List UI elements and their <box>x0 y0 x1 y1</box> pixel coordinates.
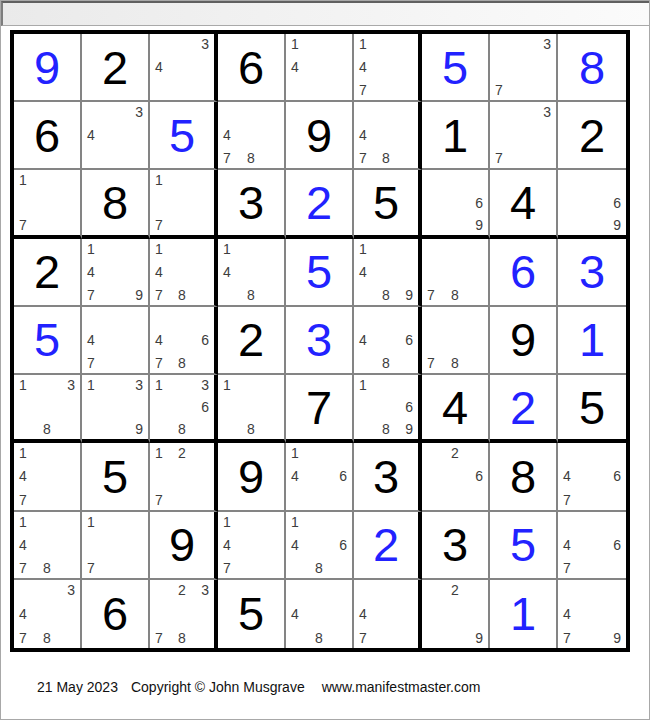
candidate-digit: 4 <box>291 60 299 74</box>
cell-r9c3[interactable]: 2378 <box>150 580 218 648</box>
cell-r5c8[interactable]: 9 <box>490 307 558 375</box>
candidate-digit: 1 <box>291 446 299 460</box>
candidate-digit: 9 <box>475 218 483 232</box>
candidate-digit: 8 <box>382 288 390 302</box>
given-digit: 2 <box>34 248 60 295</box>
candidate-digit: 7 <box>155 493 163 507</box>
cell-r9c5[interactable]: 48 <box>286 580 354 648</box>
candidate-digit: 1 <box>155 242 163 256</box>
cell-r1c3[interactable]: 34 <box>150 34 218 102</box>
candidate-digit: 4 <box>87 128 95 142</box>
cell-r5c2[interactable]: 47 <box>82 307 150 375</box>
cell-r5c5[interactable]: 3 <box>286 307 354 375</box>
candidate-digit: 6 <box>475 469 483 483</box>
cell-r7c5[interactable]: 146 <box>286 443 354 511</box>
candidate-digit: 1 <box>19 378 27 392</box>
candidate-digit: 8 <box>178 288 186 302</box>
cell-r8c9[interactable]: 467 <box>558 512 626 580</box>
entered-digit: 5 <box>34 316 60 363</box>
given-digit: 6 <box>102 590 128 637</box>
entered-digit: 6 <box>510 248 536 295</box>
candidate-digit: 6 <box>339 538 347 552</box>
candidate-digit: 7 <box>495 151 503 165</box>
given-digit: 8 <box>102 179 128 226</box>
entered-digit: 5 <box>169 112 195 159</box>
candidate-digit: 4 <box>291 469 299 483</box>
cell-r2c5[interactable]: 9 <box>286 102 354 170</box>
given-digit: 5 <box>373 179 399 226</box>
cell-r1c7[interactable]: 5 <box>422 34 490 102</box>
candidate-digit: 8 <box>315 561 323 575</box>
entered-digit: 8 <box>579 44 605 91</box>
candidate-digit: 3 <box>67 583 75 597</box>
cell-r2c1[interactable]: 6 <box>14 102 82 170</box>
candidate-digit: 1 <box>359 37 367 51</box>
given-digit: 6 <box>34 112 60 159</box>
cell-r3c8[interactable]: 4 <box>490 170 558 238</box>
cell-r6c7[interactable]: 4 <box>422 375 490 443</box>
cell-r3c4[interactable]: 3 <box>218 170 286 238</box>
candidate-digit: 8 <box>247 422 255 436</box>
candidate-digit: 3 <box>543 105 551 119</box>
candidate-digit: 1 <box>87 242 95 256</box>
cell-r7c8[interactable]: 8 <box>490 443 558 511</box>
candidate-digit: 9 <box>613 631 621 645</box>
cell-r8c2[interactable]: 17 <box>82 512 150 580</box>
cell-r1c1[interactable]: 9 <box>14 34 82 102</box>
entered-digit: 3 <box>579 248 605 295</box>
candidate-digit: 1 <box>155 446 163 460</box>
candidate-digit: 1 <box>19 515 27 529</box>
cell-r8c7[interactable]: 3 <box>422 512 490 580</box>
candidate-digit: 7 <box>19 631 27 645</box>
cell-r1c5[interactable]: 14 <box>286 34 354 102</box>
cell-r4c8[interactable]: 6 <box>490 239 558 307</box>
cell-r2c6[interactable]: 478 <box>354 102 422 170</box>
candidate-digit: 4 <box>563 538 571 552</box>
candidate-digit: 2 <box>451 446 459 460</box>
candidate-digit: 7 <box>563 561 571 575</box>
candidate-digit: 3 <box>135 105 143 119</box>
candidate-digit: 8 <box>315 631 323 645</box>
cell-r5c9[interactable]: 1 <box>558 307 626 375</box>
candidate-digit: 6 <box>475 196 483 210</box>
candidate-digit: 8 <box>247 288 255 302</box>
entered-digit: 3 <box>306 316 332 363</box>
candidate-digit: 9 <box>135 288 143 302</box>
given-digit: 3 <box>373 453 399 500</box>
cell-r6c8[interactable]: 2 <box>490 375 558 443</box>
candidate-digit: 7 <box>155 218 163 232</box>
cell-r4c1[interactable]: 2 <box>14 239 82 307</box>
given-digit: 2 <box>579 112 605 159</box>
entered-digit: 2 <box>510 384 536 431</box>
given-digit: 5 <box>102 453 128 500</box>
cell-r4c2[interactable]: 1479 <box>82 239 150 307</box>
entered-digit: 5 <box>510 521 536 568</box>
candidate-digit: 7 <box>563 631 571 645</box>
cell-r4c7[interactable]: 78 <box>422 239 490 307</box>
cell-r6c4[interactable]: 18 <box>218 375 286 443</box>
cell-r4c3[interactable]: 1478 <box>150 239 218 307</box>
cell-r9c7[interactable]: 29 <box>422 580 490 648</box>
candidate-digit: 4 <box>87 333 95 347</box>
footer-copyright: Copyright © John Musgrave <box>131 679 305 695</box>
entered-digit: 9 <box>34 44 60 91</box>
candidate-digit: 9 <box>135 422 143 436</box>
candidate-digit: 6 <box>613 196 621 210</box>
cell-r2c7[interactable]: 1 <box>422 102 490 170</box>
cell-r1c4[interactable]: 6 <box>218 34 286 102</box>
cell-r1c8[interactable]: 37 <box>490 34 558 102</box>
given-digit: 9 <box>306 112 332 159</box>
cell-r7c1[interactable]: 147 <box>14 443 82 511</box>
given-digit: 4 <box>442 384 468 431</box>
candidate-digit: 3 <box>201 378 209 392</box>
cell-r7c9[interactable]: 467 <box>558 443 626 511</box>
candidate-digit: 4 <box>155 333 163 347</box>
candidate-digit: 3 <box>201 583 209 597</box>
cell-r8c3[interactable]: 9 <box>150 512 218 580</box>
cell-r3c7[interactable]: 69 <box>422 170 490 238</box>
cell-r2c9[interactable]: 2 <box>558 102 626 170</box>
cell-r5c3[interactable]: 4678 <box>150 307 218 375</box>
candidate-digit: 8 <box>382 151 390 165</box>
given-digit: 1 <box>442 112 468 159</box>
cell-r8c1[interactable]: 1478 <box>14 512 82 580</box>
sudoku-grid: 9234614147537863454789478137217817325694… <box>10 30 630 652</box>
cell-r2c8[interactable]: 37 <box>490 102 558 170</box>
candidate-digit: 2 <box>451 583 459 597</box>
cell-r6c5[interactable]: 7 <box>286 375 354 443</box>
cell-r4c5[interactable]: 5 <box>286 239 354 307</box>
cell-r9c9[interactable]: 479 <box>558 580 626 648</box>
given-digit: 6 <box>238 44 264 91</box>
candidate-digit: 4 <box>19 538 27 552</box>
cell-r1c2[interactable]: 2 <box>82 34 150 102</box>
cell-r7c7[interactable]: 26 <box>422 443 490 511</box>
candidate-digit: 4 <box>19 469 27 483</box>
cell-r1c9[interactable]: 8 <box>558 34 626 102</box>
cell-r6c9[interactable]: 5 <box>558 375 626 443</box>
cell-r6c2[interactable]: 139 <box>82 375 150 443</box>
candidate-digit: 3 <box>201 37 209 51</box>
candidate-digit: 8 <box>43 422 51 436</box>
candidate-digit: 1 <box>155 173 163 187</box>
entered-digit: 1 <box>510 590 536 637</box>
candidate-digit: 4 <box>155 265 163 279</box>
given-digit: 9 <box>510 316 536 363</box>
candidate-digit: 7 <box>563 493 571 507</box>
candidate-digit: 1 <box>87 378 95 392</box>
cell-r3c5[interactable]: 2 <box>286 170 354 238</box>
footer-website: www.manifestmaster.com <box>322 679 481 695</box>
candidate-digit: 7 <box>427 356 435 370</box>
candidate-digit: 1 <box>359 242 367 256</box>
cell-r1c6[interactable]: 147 <box>354 34 422 102</box>
candidate-digit: 8 <box>43 631 51 645</box>
cell-r2c2[interactable]: 34 <box>82 102 150 170</box>
cell-r3c6[interactable]: 5 <box>354 170 422 238</box>
cell-r4c9[interactable]: 3 <box>558 239 626 307</box>
cell-r3c2[interactable]: 8 <box>82 170 150 238</box>
footer-date: 21 May 2023 <box>37 679 118 695</box>
cell-r4c4[interactable]: 148 <box>218 239 286 307</box>
candidate-digit: 7 <box>359 631 367 645</box>
candidate-digit: 7 <box>155 288 163 302</box>
candidate-digit: 8 <box>382 422 390 436</box>
candidate-digit: 4 <box>87 265 95 279</box>
entered-digit: 2 <box>373 521 399 568</box>
candidate-digit: 7 <box>155 631 163 645</box>
candidate-digit: 3 <box>67 378 75 392</box>
candidate-digit: 1 <box>291 37 299 51</box>
cell-r3c1[interactable]: 17 <box>14 170 82 238</box>
candidate-digit: 3 <box>135 378 143 392</box>
candidate-digit: 6 <box>201 400 209 414</box>
cell-r7c6[interactable]: 3 <box>354 443 422 511</box>
candidate-digit: 4 <box>359 265 367 279</box>
candidate-digit: 6 <box>405 400 413 414</box>
given-digit: 9 <box>169 521 195 568</box>
candidate-digit: 4 <box>359 128 367 142</box>
candidate-digit: 6 <box>613 469 621 483</box>
candidate-digit: 4 <box>563 469 571 483</box>
footer: 21 May 2023Copyright © John Musgravewww.… <box>1 654 649 719</box>
cell-r8c6[interactable]: 2 <box>354 512 422 580</box>
candidate-digit: 9 <box>613 218 621 232</box>
candidate-digit: 7 <box>223 561 231 575</box>
given-digit: 5 <box>579 384 605 431</box>
cell-r4c6[interactable]: 1489 <box>354 239 422 307</box>
candidate-digit: 4 <box>563 607 571 621</box>
candidate-digit: 8 <box>43 561 51 575</box>
candidate-digit: 9 <box>405 422 413 436</box>
candidate-digit: 4 <box>359 60 367 74</box>
candidate-digit: 1 <box>87 515 95 529</box>
candidate-digit: 8 <box>451 356 459 370</box>
entered-digit: 5 <box>306 248 332 295</box>
candidate-digit: 1 <box>19 173 27 187</box>
page: 9234614147537863454789478137217817325694… <box>0 0 650 720</box>
candidate-digit: 4 <box>291 538 299 552</box>
candidate-digit: 7 <box>359 83 367 97</box>
candidate-digit: 6 <box>613 538 621 552</box>
candidate-digit: 4 <box>19 607 27 621</box>
candidate-digit: 7 <box>155 356 163 370</box>
candidate-digit: 4 <box>155 60 163 74</box>
candidate-digit: 8 <box>178 356 186 370</box>
candidate-digit: 1 <box>223 378 231 392</box>
entered-digit: 1 <box>579 316 605 363</box>
cell-r7c2[interactable]: 5 <box>82 443 150 511</box>
cell-r2c3[interactable]: 5 <box>150 102 218 170</box>
candidate-digit: 7 <box>87 356 95 370</box>
candidate-digit: 4 <box>359 333 367 347</box>
candidate-digit: 3 <box>543 37 551 51</box>
cell-r5c7[interactable]: 78 <box>422 307 490 375</box>
cell-r7c4[interactable]: 9 <box>218 443 286 511</box>
cell-r9c4[interactable]: 5 <box>218 580 286 648</box>
candidate-digit: 8 <box>178 631 186 645</box>
cell-r9c2[interactable]: 6 <box>82 580 150 648</box>
window-top-bar <box>1 1 649 26</box>
given-digit: 2 <box>102 44 128 91</box>
cell-r3c3[interactable]: 17 <box>150 170 218 238</box>
cell-r2c4[interactable]: 478 <box>218 102 286 170</box>
candidate-digit: 8 <box>382 356 390 370</box>
given-digit: 4 <box>510 179 536 226</box>
candidate-digit: 8 <box>451 288 459 302</box>
cell-r8c8[interactable]: 5 <box>490 512 558 580</box>
candidate-digit: 6 <box>405 333 413 347</box>
cell-r9c1[interactable]: 3478 <box>14 580 82 648</box>
candidate-digit: 1 <box>291 515 299 529</box>
entered-digit: 2 <box>306 179 332 226</box>
candidate-digit: 7 <box>19 561 27 575</box>
cell-r6c3[interactable]: 1368 <box>150 375 218 443</box>
given-digit: 2 <box>238 316 264 363</box>
cell-r5c1[interactable]: 5 <box>14 307 82 375</box>
candidate-digit: 4 <box>291 607 299 621</box>
given-digit: 9 <box>238 453 264 500</box>
candidate-digit: 7 <box>19 218 27 232</box>
candidate-digit: 7 <box>359 151 367 165</box>
candidate-digit: 4 <box>223 538 231 552</box>
given-digit: 3 <box>442 521 468 568</box>
candidate-digit: 9 <box>475 631 483 645</box>
given-digit: 5 <box>238 590 264 637</box>
given-digit: 7 <box>306 384 332 431</box>
candidate-digit: 8 <box>247 151 255 165</box>
candidate-digit: 6 <box>201 333 209 347</box>
given-digit: 3 <box>238 179 264 226</box>
candidate-digit: 9 <box>405 288 413 302</box>
candidate-digit: 7 <box>223 151 231 165</box>
candidate-digit: 1 <box>359 378 367 392</box>
candidate-digit: 2 <box>178 583 186 597</box>
cell-r5c4[interactable]: 2 <box>218 307 286 375</box>
candidate-digit: 6 <box>339 469 347 483</box>
candidate-digit: 2 <box>178 446 186 460</box>
candidate-digit: 1 <box>19 446 27 460</box>
cell-r5c6[interactable]: 468 <box>354 307 422 375</box>
candidate-digit: 4 <box>223 128 231 142</box>
cell-r7c3[interactable]: 127 <box>150 443 218 511</box>
candidate-digit: 8 <box>178 422 186 436</box>
candidate-digit: 4 <box>223 265 231 279</box>
cell-r3c9[interactable]: 69 <box>558 170 626 238</box>
candidate-digit: 1 <box>223 242 231 256</box>
candidate-digit: 7 <box>87 561 95 575</box>
candidate-digit: 7 <box>495 83 503 97</box>
candidate-digit: 1 <box>223 515 231 529</box>
candidate-digit: 1 <box>155 378 163 392</box>
cell-r6c6[interactable]: 1689 <box>354 375 422 443</box>
cell-r8c4[interactable]: 147 <box>218 512 286 580</box>
cell-r6c1[interactable]: 138 <box>14 375 82 443</box>
candidate-digit: 7 <box>427 288 435 302</box>
candidate-digit: 4 <box>359 607 367 621</box>
candidate-digit: 7 <box>87 288 95 302</box>
cell-r9c6[interactable]: 47 <box>354 580 422 648</box>
given-digit: 8 <box>510 453 536 500</box>
candidate-digit: 7 <box>19 493 27 507</box>
cell-r8c5[interactable]: 1468 <box>286 512 354 580</box>
entered-digit: 5 <box>442 44 468 91</box>
cell-r9c8[interactable]: 1 <box>490 580 558 648</box>
